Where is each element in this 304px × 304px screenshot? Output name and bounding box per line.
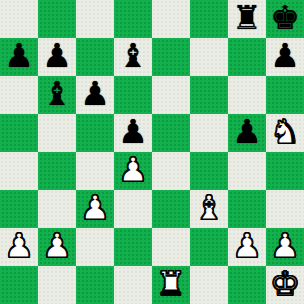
square-g3[interactable] [228,190,266,228]
black-pawn[interactable]: ♟ [4,37,34,75]
square-a5[interactable] [0,114,38,152]
square-h7[interactable]: ♟ [266,38,304,76]
white-rook[interactable]: ♜ [156,265,186,303]
square-a3[interactable] [0,190,38,228]
square-c8[interactable] [76,0,114,38]
square-f2[interactable] [190,228,228,266]
square-b4[interactable] [38,152,76,190]
white-pawn[interactable]: ♟ [4,227,34,265]
square-h1[interactable]: ♚ [266,266,304,304]
white-pawn[interactable]: ♟ [232,227,262,265]
black-king[interactable]: ♚ [270,0,300,37]
square-h6[interactable] [266,76,304,114]
square-c4[interactable] [76,152,114,190]
square-h3[interactable] [266,190,304,228]
white-pawn[interactable]: ♟ [118,151,148,189]
square-d4[interactable]: ♟ [114,152,152,190]
square-e6[interactable] [152,76,190,114]
white-bishop[interactable]: ♝ [194,189,224,227]
square-b1[interactable] [38,266,76,304]
square-f1[interactable] [190,266,228,304]
square-f4[interactable] [190,152,228,190]
square-b7[interactable]: ♟ [38,38,76,76]
square-e4[interactable] [152,152,190,190]
square-a7[interactable]: ♟ [0,38,38,76]
square-d8[interactable] [114,0,152,38]
square-d2[interactable] [114,228,152,266]
square-f8[interactable] [190,0,228,38]
square-a6[interactable] [0,76,38,114]
white-pawn[interactable]: ♟ [80,189,110,227]
square-e2[interactable] [152,228,190,266]
square-g8[interactable]: ♜ [228,0,266,38]
square-b2[interactable]: ♟ [38,228,76,266]
square-a1[interactable] [0,266,38,304]
white-pawn[interactable]: ♟ [42,227,72,265]
square-b5[interactable] [38,114,76,152]
square-a2[interactable]: ♟ [0,228,38,266]
white-pawn[interactable]: ♟ [270,227,300,265]
white-knight[interactable]: ♞ [270,113,300,151]
black-bishop[interactable]: ♝ [118,37,148,75]
square-d6[interactable] [114,76,152,114]
square-g5[interactable]: ♟ [228,114,266,152]
square-g4[interactable] [228,152,266,190]
square-e5[interactable] [152,114,190,152]
square-e8[interactable] [152,0,190,38]
square-f6[interactable] [190,76,228,114]
square-e1[interactable]: ♜ [152,266,190,304]
square-f7[interactable] [190,38,228,76]
black-rook[interactable]: ♜ [232,0,262,37]
square-b6[interactable]: ♝ [38,76,76,114]
square-b3[interactable] [38,190,76,228]
black-pawn[interactable]: ♟ [118,113,148,151]
square-h4[interactable] [266,152,304,190]
square-h2[interactable]: ♟ [266,228,304,266]
black-pawn[interactable]: ♟ [270,37,300,75]
square-b8[interactable] [38,0,76,38]
square-a8[interactable] [0,0,38,38]
square-c7[interactable] [76,38,114,76]
square-d1[interactable] [114,266,152,304]
white-king[interactable]: ♚ [270,265,300,303]
square-d7[interactable]: ♝ [114,38,152,76]
black-pawn[interactable]: ♟ [232,113,262,151]
black-pawn[interactable]: ♟ [80,75,110,113]
chess-board: ♜♚♟♟♝♟♝♟♟♟♞♟♟♝♟♟♟♟♜♚ [0,0,304,304]
square-d3[interactable] [114,190,152,228]
square-f3[interactable]: ♝ [190,190,228,228]
square-c6[interactable]: ♟ [76,76,114,114]
square-e7[interactable] [152,38,190,76]
square-c1[interactable] [76,266,114,304]
square-h5[interactable]: ♞ [266,114,304,152]
square-g1[interactable] [228,266,266,304]
square-h8[interactable]: ♚ [266,0,304,38]
square-c3[interactable]: ♟ [76,190,114,228]
square-c2[interactable] [76,228,114,266]
black-pawn[interactable]: ♟ [42,37,72,75]
square-e3[interactable] [152,190,190,228]
square-g2[interactable]: ♟ [228,228,266,266]
square-a4[interactable] [0,152,38,190]
black-bishop[interactable]: ♝ [42,75,72,113]
square-f5[interactable] [190,114,228,152]
square-g7[interactable] [228,38,266,76]
square-c5[interactable] [76,114,114,152]
square-g6[interactable] [228,76,266,114]
square-d5[interactable]: ♟ [114,114,152,152]
